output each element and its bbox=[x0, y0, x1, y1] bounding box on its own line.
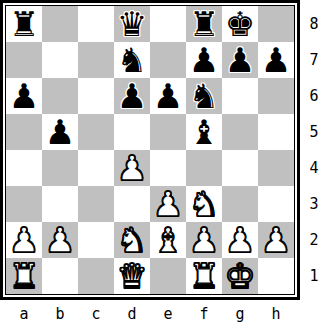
file-label-g: g bbox=[222, 300, 258, 328]
piece-white-knight-f3[interactable]: ♞ bbox=[189, 186, 219, 222]
square-c6[interactable] bbox=[78, 78, 114, 114]
piece-black-knight-f6[interactable]: ♞ bbox=[189, 78, 219, 114]
square-a4[interactable] bbox=[6, 150, 42, 186]
piece-black-pawn-h7[interactable]: ♟ bbox=[261, 42, 291, 78]
rank-label-3: 3 bbox=[300, 186, 328, 222]
square-f5[interactable]: ♝ bbox=[186, 114, 222, 150]
piece-white-pawn-e3[interactable]: ♟ bbox=[153, 186, 183, 222]
piece-white-pawn-f2[interactable]: ♟ bbox=[189, 222, 219, 258]
square-e6[interactable]: ♟ bbox=[150, 78, 186, 114]
file-labels: abcdefgh bbox=[6, 300, 294, 328]
square-b2[interactable]: ♟ bbox=[42, 222, 78, 258]
square-e5[interactable] bbox=[150, 114, 186, 150]
piece-white-bishop-e2[interactable]: ♝ bbox=[153, 222, 183, 258]
square-g3[interactable] bbox=[222, 186, 258, 222]
square-b3[interactable] bbox=[42, 186, 78, 222]
square-h5[interactable] bbox=[258, 114, 294, 150]
square-f4[interactable] bbox=[186, 150, 222, 186]
piece-black-pawn-a6[interactable]: ♟ bbox=[9, 78, 39, 114]
board-inner-border: ♜♛♜♚♞♟♟♟♟♟♟♞♟♝♟♟♞♟♟♞♝♟♟♟♜♛♜♚ bbox=[5, 5, 295, 295]
piece-white-rook-f1[interactable]: ♜ bbox=[189, 258, 219, 294]
square-h7[interactable]: ♟ bbox=[258, 42, 294, 78]
square-e7[interactable] bbox=[150, 42, 186, 78]
piece-white-pawn-g2[interactable]: ♟ bbox=[225, 222, 255, 258]
piece-black-rook-f8[interactable]: ♜ bbox=[189, 6, 219, 42]
piece-white-pawn-a2[interactable]: ♟ bbox=[9, 222, 39, 258]
square-d2[interactable]: ♞ bbox=[114, 222, 150, 258]
square-a2[interactable]: ♟ bbox=[6, 222, 42, 258]
rank-labels: 87654321 bbox=[300, 6, 328, 294]
square-a1[interactable]: ♜ bbox=[6, 258, 42, 294]
piece-black-king-g8[interactable]: ♚ bbox=[225, 6, 255, 42]
file-label-h: h bbox=[258, 300, 294, 328]
square-g8[interactable]: ♚ bbox=[222, 6, 258, 42]
rank-label-2: 2 bbox=[300, 222, 328, 258]
square-b7[interactable] bbox=[42, 42, 78, 78]
piece-black-pawn-e6[interactable]: ♟ bbox=[153, 78, 183, 114]
square-c7[interactable] bbox=[78, 42, 114, 78]
file-label-f: f bbox=[186, 300, 222, 328]
square-b6[interactable] bbox=[42, 78, 78, 114]
piece-white-pawn-h2[interactable]: ♟ bbox=[261, 222, 291, 258]
square-b1[interactable] bbox=[42, 258, 78, 294]
piece-white-queen-d1[interactable]: ♛ bbox=[117, 258, 147, 294]
chess-board: ♜♛♜♚♞♟♟♟♟♟♟♞♟♝♟♟♞♟♟♞♝♟♟♟♜♛♜♚ bbox=[6, 6, 294, 294]
piece-black-pawn-f7[interactable]: ♟ bbox=[189, 42, 219, 78]
square-c5[interactable] bbox=[78, 114, 114, 150]
square-a5[interactable] bbox=[6, 114, 42, 150]
rank-label-1: 1 bbox=[300, 258, 328, 294]
piece-black-pawn-b5[interactable]: ♟ bbox=[45, 114, 75, 150]
square-e8[interactable] bbox=[150, 6, 186, 42]
square-h4[interactable] bbox=[258, 150, 294, 186]
piece-black-pawn-d6[interactable]: ♟ bbox=[117, 78, 147, 114]
rank-label-4: 4 bbox=[300, 150, 328, 186]
square-g1[interactable]: ♚ bbox=[222, 258, 258, 294]
file-label-e: e bbox=[150, 300, 186, 328]
square-f1[interactable]: ♜ bbox=[186, 258, 222, 294]
square-b8[interactable] bbox=[42, 6, 78, 42]
piece-black-rook-a8[interactable]: ♜ bbox=[9, 6, 39, 42]
square-e4[interactable] bbox=[150, 150, 186, 186]
square-h1[interactable] bbox=[258, 258, 294, 294]
square-f7[interactable]: ♟ bbox=[186, 42, 222, 78]
file-label-c: c bbox=[78, 300, 114, 328]
piece-white-king-g1[interactable]: ♚ bbox=[225, 258, 255, 294]
square-b5[interactable]: ♟ bbox=[42, 114, 78, 150]
piece-black-bishop-f5[interactable]: ♝ bbox=[189, 114, 219, 150]
square-e1[interactable] bbox=[150, 258, 186, 294]
piece-black-knight-d7[interactable]: ♞ bbox=[117, 42, 147, 78]
square-h2[interactable]: ♟ bbox=[258, 222, 294, 258]
square-a8[interactable]: ♜ bbox=[6, 6, 42, 42]
piece-white-pawn-b2[interactable]: ♟ bbox=[45, 222, 75, 258]
square-e2[interactable]: ♝ bbox=[150, 222, 186, 258]
rank-label-5: 5 bbox=[300, 114, 328, 150]
square-c8[interactable] bbox=[78, 6, 114, 42]
square-e3[interactable]: ♟ bbox=[150, 186, 186, 222]
square-c1[interactable] bbox=[78, 258, 114, 294]
square-d3[interactable] bbox=[114, 186, 150, 222]
square-g6[interactable] bbox=[222, 78, 258, 114]
piece-white-rook-a1[interactable]: ♜ bbox=[9, 258, 39, 294]
square-d8[interactable]: ♛ bbox=[114, 6, 150, 42]
square-a6[interactable]: ♟ bbox=[6, 78, 42, 114]
piece-black-queen-d8[interactable]: ♛ bbox=[117, 6, 147, 42]
square-d1[interactable]: ♛ bbox=[114, 258, 150, 294]
file-label-d: d bbox=[114, 300, 150, 328]
square-c3[interactable] bbox=[78, 186, 114, 222]
square-c4[interactable] bbox=[78, 150, 114, 186]
board-frame: ♜♛♜♚♞♟♟♟♟♟♟♞♟♝♟♟♞♟♟♞♝♟♟♟♜♛♜♚ bbox=[0, 0, 300, 300]
rank-label-8: 8 bbox=[300, 6, 328, 42]
square-f6[interactable]: ♞ bbox=[186, 78, 222, 114]
square-d7[interactable]: ♞ bbox=[114, 42, 150, 78]
square-h8[interactable] bbox=[258, 6, 294, 42]
file-label-b: b bbox=[42, 300, 78, 328]
square-b4[interactable] bbox=[42, 150, 78, 186]
piece-white-knight-d2[interactable]: ♞ bbox=[117, 222, 147, 258]
square-g2[interactable]: ♟ bbox=[222, 222, 258, 258]
piece-black-pawn-g7[interactable]: ♟ bbox=[225, 42, 255, 78]
square-d4[interactable]: ♟ bbox=[114, 150, 150, 186]
square-d6[interactable]: ♟ bbox=[114, 78, 150, 114]
square-h3[interactable] bbox=[258, 186, 294, 222]
square-g4[interactable] bbox=[222, 150, 258, 186]
square-f2[interactable]: ♟ bbox=[186, 222, 222, 258]
square-f8[interactable]: ♜ bbox=[186, 6, 222, 42]
square-g7[interactable]: ♟ bbox=[222, 42, 258, 78]
square-h6[interactable] bbox=[258, 78, 294, 114]
square-a3[interactable] bbox=[6, 186, 42, 222]
file-label-a: a bbox=[6, 300, 42, 328]
square-g5[interactable] bbox=[222, 114, 258, 150]
rank-label-6: 6 bbox=[300, 78, 328, 114]
square-c2[interactable] bbox=[78, 222, 114, 258]
chess-diagram: ♜♛♜♚♞♟♟♟♟♟♟♞♟♝♟♟♞♟♟♞♝♟♟♟♜♛♜♚ 87654321 ab… bbox=[0, 0, 332, 332]
square-f3[interactable]: ♞ bbox=[186, 186, 222, 222]
square-d5[interactable] bbox=[114, 114, 150, 150]
piece-white-pawn-d4[interactable]: ♟ bbox=[117, 150, 147, 186]
square-a7[interactable] bbox=[6, 42, 42, 78]
rank-label-7: 7 bbox=[300, 42, 328, 78]
